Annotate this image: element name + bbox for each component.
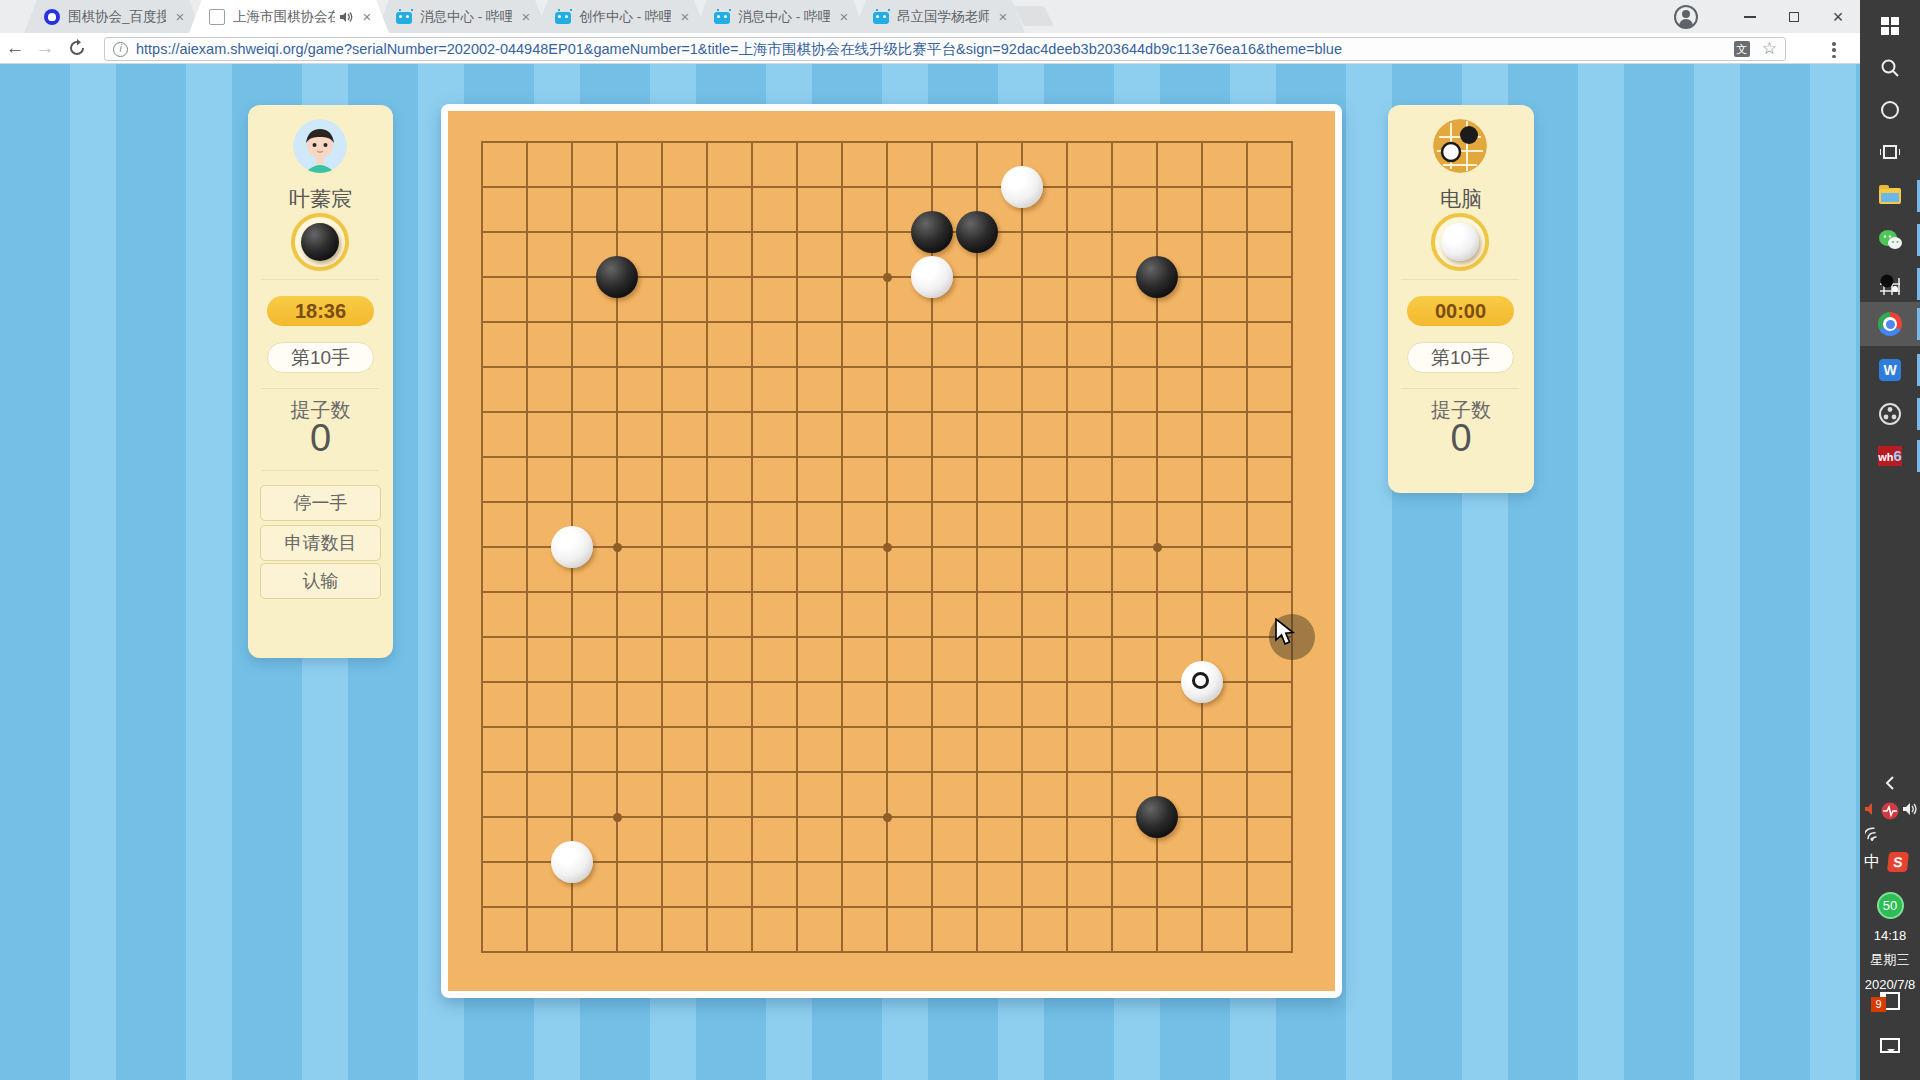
clock-time: 14:18	[1860, 928, 1920, 943]
task-view-icon	[1880, 142, 1900, 162]
pass-button[interactable]: 停一手	[260, 485, 381, 521]
tab-weiqi-game-active[interactable]: 上海市围棋协会在线升 ×	[189, 0, 389, 33]
star-point	[613, 813, 622, 822]
star-point	[1153, 543, 1162, 552]
white-stone	[551, 526, 593, 568]
sogou-input-icon[interactable]: S	[1887, 852, 1909, 872]
reload-button[interactable]	[68, 39, 86, 57]
go-board[interactable]	[448, 111, 1335, 991]
divider	[261, 470, 379, 471]
last-move-marker	[1192, 672, 1209, 689]
grid-line-horizontal	[481, 591, 1293, 593]
white-stone-icon	[1441, 223, 1479, 261]
tab-bilibili-messages-2[interactable]: 消息中心 - 哔哩哔哩弹幕 ×	[694, 0, 866, 33]
tab-close-icon[interactable]: ×	[995, 9, 1011, 25]
grid-line-vertical	[1201, 141, 1203, 953]
white-color-indicator	[1431, 213, 1489, 271]
tab-close-icon[interactable]: ×	[677, 9, 693, 25]
black-stone	[596, 256, 638, 298]
star-point	[883, 543, 892, 552]
wechat-icon	[1878, 229, 1902, 251]
address-bar[interactable]: i https://aiexam.shweiqi.org/game?serial…	[104, 37, 1786, 61]
white-player-name: 电脑	[1388, 185, 1534, 213]
windows-logo-icon	[1881, 17, 1899, 35]
wh6-app-icon: wh6	[1878, 446, 1902, 466]
action-center-button[interactable]	[1860, 1038, 1920, 1053]
black-stone	[956, 211, 998, 253]
notification-badge: 9	[1871, 997, 1886, 1012]
white-captures-value: 0	[1388, 417, 1534, 460]
grid-line-horizontal	[481, 636, 1293, 638]
tab-close-icon[interactable]: ×	[172, 9, 188, 25]
grid-line-vertical	[1066, 141, 1068, 953]
tray-icon-row	[1860, 802, 1920, 822]
monitor-ball-icon[interactable]	[1881, 802, 1899, 820]
minimize-icon	[1744, 16, 1756, 18]
tab-close-icon[interactable]: ×	[359, 9, 375, 25]
volume-icon[interactable]	[1902, 802, 1918, 816]
tab-title: 创作中心 - 哔哩哔哩弹幕	[579, 8, 671, 26]
ime-indicator[interactable]: 中	[1864, 852, 1880, 873]
chrome-icon	[1878, 312, 1902, 336]
battery-indicator[interactable]: 50	[1860, 892, 1920, 919]
page-info-icon[interactable]: i	[113, 42, 128, 57]
grid-line-vertical	[1111, 141, 1113, 953]
black-stone	[1136, 796, 1178, 838]
white-player-avatar	[1433, 119, 1487, 173]
grid-line-vertical	[976, 141, 978, 953]
tab-bilibili-messages-1[interactable]: 消息中心 - 哔哩哔哩弹幕 ×	[376, 0, 548, 33]
request-count-button[interactable]: 申请数目	[260, 525, 381, 561]
start-button[interactable]	[1860, 6, 1920, 46]
cortana-button[interactable]	[1860, 90, 1920, 130]
obs-studio-icon	[1878, 402, 1902, 426]
windows-taskbar: W wh6 中 S 50 14:18 星期三	[1860, 0, 1920, 1080]
bilibili-favicon-icon	[555, 12, 571, 24]
tab-strip: 围棋协会_百度搜索 × 上海市围棋协会在线升 × 消息中心 - 哔哩哔哩弹幕 ×…	[0, 0, 1860, 33]
translate-icon[interactable]: 文	[1734, 41, 1750, 57]
browser-profile-icon[interactable]	[1674, 5, 1698, 29]
black-stone	[1136, 256, 1178, 298]
forward-button[interactable]: →	[30, 37, 60, 59]
white-stone	[911, 256, 953, 298]
tray-ime-row: 中 S	[1860, 852, 1920, 874]
clock-date: 2020/7/8	[1860, 977, 1920, 992]
audio-device-icon[interactable]	[1864, 802, 1878, 816]
white-move-counter: 第10手	[1407, 342, 1514, 373]
bilibili-favicon-icon	[396, 12, 412, 24]
grid-line-horizontal	[481, 771, 1293, 773]
bilibili-favicon-icon	[714, 12, 730, 24]
black-stone	[911, 211, 953, 253]
star-point	[883, 813, 892, 822]
divider	[261, 388, 379, 389]
white-stone	[1001, 166, 1043, 208]
tab-baidu-search[interactable]: 围棋协会_百度搜索 ×	[24, 0, 202, 33]
wh6-app-button[interactable]: wh6	[1860, 436, 1920, 476]
grid-line-vertical	[1246, 141, 1248, 953]
baidu-favicon-icon	[44, 9, 60, 25]
minimize-button[interactable]	[1728, 0, 1772, 33]
white-player-panel: 电脑 00:00 第10手 提子数 0	[1388, 105, 1534, 493]
black-player-clock: 18:36	[267, 296, 374, 326]
weiqi-app-icon	[1878, 272, 1902, 296]
screen: 围棋协会_百度搜索 × 上海市围棋协会在线升 × 消息中心 - 哔哩哔哩弹幕 ×…	[0, 0, 1920, 1080]
back-button[interactable]: ←	[0, 37, 30, 59]
close-icon: ×	[1833, 8, 1844, 26]
black-player-avatar	[293, 119, 347, 173]
notification-app-button[interactable]: 9	[1860, 992, 1920, 1010]
divider	[1401, 279, 1519, 280]
search-button[interactable]	[1860, 48, 1920, 88]
tab-title: 昂立国学杨老师的个人空	[897, 8, 989, 26]
tab-title: 围棋协会_百度搜索	[68, 8, 166, 26]
wechat-button[interactable]	[1860, 220, 1920, 260]
grid-line-vertical	[1291, 141, 1293, 953]
url-text: https://aiexam.shweiqi.org/game?serialNu…	[136, 40, 1734, 59]
tab-title: 消息中心 - 哔哩哔哩弹幕	[738, 8, 830, 26]
page-favicon-icon	[209, 9, 225, 25]
tab-title: 消息中心 - 哔哩哔哩弹幕	[420, 8, 512, 26]
divider	[1401, 388, 1519, 389]
white-stone	[551, 841, 593, 883]
tab-audio-icon[interactable]	[339, 11, 353, 23]
file-explorer-icon	[1879, 188, 1901, 204]
grid-line-horizontal	[481, 906, 1293, 908]
mouse-cursor	[1274, 618, 1300, 648]
white-stone	[1181, 661, 1223, 703]
tray-clock[interactable]: 14:18 星期三 2020/7/8	[1860, 928, 1920, 992]
grid-line-horizontal	[481, 861, 1293, 863]
wps-office-icon: W	[1879, 359, 1901, 381]
titlebar-controls: ×	[1600, 0, 1860, 33]
black-move-counter: 第10手	[267, 342, 374, 373]
grid-line-horizontal	[481, 951, 1293, 953]
chevron-left-icon	[1884, 776, 1896, 790]
tabs: 围棋协会_百度搜索 × 上海市围棋协会在线升 × 消息中心 - 哔哩哔哩弹幕 ×…	[24, 0, 1049, 33]
resign-button[interactable]: 认输	[260, 563, 381, 599]
black-color-indicator	[291, 213, 349, 271]
tray-expand-chevron[interactable]	[1860, 776, 1920, 794]
game-page: 叶蓁宸 18:36 第10手 提子数 0 停一手 申请数目 认输	[0, 64, 1860, 1080]
black-player-name: 叶蓁宸	[248, 185, 393, 213]
tab-bilibili-space[interactable]: 昂立国学杨老师的个人空 ×	[853, 0, 1025, 33]
notification-doc-icon: 9	[1880, 992, 1900, 1010]
task-view-button[interactable]	[1860, 132, 1920, 172]
browser-toolbar: ← → i https://aiexam.shweiqi.org/game?se…	[0, 33, 1860, 64]
file-explorer-button[interactable]	[1860, 176, 1920, 216]
clock-weekday: 星期三	[1860, 951, 1920, 969]
battery-percent-badge: 50	[1877, 892, 1904, 919]
grid-line-horizontal	[481, 681, 1293, 683]
tab-title: 上海市围棋协会在线升	[233, 8, 335, 26]
star-point	[613, 543, 622, 552]
tab-bilibili-creation[interactable]: 创作中心 - 哔哩哔哩弹幕 ×	[535, 0, 707, 33]
browser-menu-icon[interactable]	[1832, 42, 1836, 58]
close-button[interactable]: ×	[1816, 0, 1860, 33]
action-center-icon	[1880, 1038, 1900, 1053]
black-stone-icon	[301, 223, 339, 261]
bookmark-star-icon[interactable]: ☆	[1762, 41, 1777, 57]
black-player-panel: 叶蓁宸 18:36 第10手 提子数 0 停一手 申请数目 认输	[248, 105, 393, 658]
tab-close-icon[interactable]: ×	[518, 9, 534, 25]
grid-line-horizontal	[481, 726, 1293, 728]
bilibili-favicon-icon	[873, 12, 889, 24]
cortana-icon	[1881, 101, 1899, 119]
weiqi-app-button[interactable]	[1860, 264, 1920, 304]
search-icon	[1880, 58, 1900, 78]
divider	[261, 279, 379, 280]
obs-studio-button[interactable]	[1860, 394, 1920, 434]
star-point	[883, 273, 892, 282]
tab-close-icon[interactable]: ×	[836, 9, 852, 25]
grid-line-vertical	[1021, 141, 1023, 953]
white-player-clock: 00:00	[1407, 296, 1514, 326]
restore-button[interactable]	[1772, 0, 1816, 33]
wps-office-button[interactable]: W	[1860, 350, 1920, 390]
chrome-button-active[interactable]	[1860, 302, 1920, 346]
restore-icon	[1789, 12, 1799, 22]
black-captures-value: 0	[248, 417, 393, 460]
go-board-frame	[441, 104, 1342, 998]
